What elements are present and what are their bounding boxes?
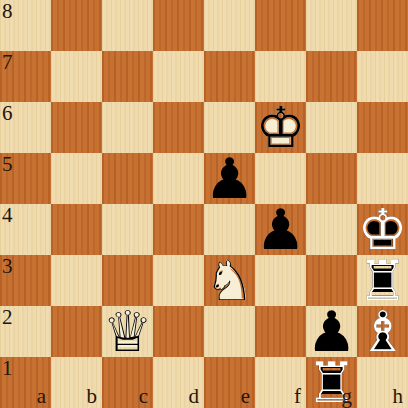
square-h4[interactable]: ♚♔ (357, 204, 408, 255)
square-e8[interactable] (204, 0, 255, 51)
square-a5[interactable]: 5 (0, 153, 51, 204)
file-label-e: e (241, 386, 250, 407)
square-c6[interactable] (102, 102, 153, 153)
white-knight-icon: ♞ (204, 255, 255, 306)
square-e4[interactable] (204, 204, 255, 255)
square-c5[interactable] (102, 153, 153, 204)
square-e3[interactable]: ♞♘ (204, 255, 255, 306)
square-f1[interactable]: f (255, 357, 306, 408)
square-a6[interactable]: 6 (0, 102, 51, 153)
piece-white-queen[interactable]: ♛♕ (102, 306, 153, 357)
rank-label-2: 2 (2, 307, 13, 328)
square-f4[interactable]: ♟ (255, 204, 306, 255)
square-g5[interactable] (306, 153, 357, 204)
square-a3[interactable]: 3 (0, 255, 51, 306)
square-f6[interactable]: ♚♔ (255, 102, 306, 153)
square-f8[interactable] (255, 0, 306, 51)
black-pawn-icon: ♟ (306, 306, 357, 357)
square-g7[interactable] (306, 51, 357, 102)
square-g1[interactable]: g♜♖ (306, 357, 357, 408)
square-a4[interactable]: 4 (0, 204, 51, 255)
file-label-h: h (393, 386, 404, 407)
square-c8[interactable] (102, 0, 153, 51)
white-king-outline-icon: ♔ (255, 102, 306, 153)
square-d5[interactable] (153, 153, 204, 204)
square-b7[interactable] (51, 51, 102, 102)
white-queen-icon: ♛ (102, 306, 153, 357)
square-a8[interactable]: 8 (0, 0, 51, 51)
square-a1[interactable]: 1a (0, 357, 51, 408)
square-h5[interactable] (357, 153, 408, 204)
square-f7[interactable] (255, 51, 306, 102)
square-h8[interactable] (357, 0, 408, 51)
square-e2[interactable] (204, 306, 255, 357)
square-g6[interactable] (306, 102, 357, 153)
piece-white-knight[interactable]: ♞♘ (204, 255, 255, 306)
file-label-f: f (294, 386, 301, 407)
piece-white-king[interactable]: ♚♔ (255, 102, 306, 153)
black-rook-icon: ♜ (357, 255, 408, 306)
square-d1[interactable]: d (153, 357, 204, 408)
square-e7[interactable] (204, 51, 255, 102)
rank-label-4: 4 (2, 205, 13, 226)
rank-label-3: 3 (2, 256, 13, 277)
square-b8[interactable] (51, 0, 102, 51)
square-c3[interactable] (102, 255, 153, 306)
rank-label-5: 5 (2, 154, 13, 175)
square-d6[interactable] (153, 102, 204, 153)
square-g8[interactable] (306, 0, 357, 51)
piece-black-bishop[interactable]: ♝♗ (357, 306, 408, 357)
square-d8[interactable] (153, 0, 204, 51)
black-rook-outline-icon: ♖ (357, 255, 408, 306)
file-label-a: a (37, 386, 46, 407)
square-b4[interactable] (51, 204, 102, 255)
square-e5[interactable]: ♟ (204, 153, 255, 204)
square-a2[interactable]: 2 (0, 306, 51, 357)
piece-black-pawn[interactable]: ♟ (204, 153, 255, 204)
square-c1[interactable]: c (102, 357, 153, 408)
square-h1[interactable]: h (357, 357, 408, 408)
square-d4[interactable] (153, 204, 204, 255)
square-b3[interactable] (51, 255, 102, 306)
piece-black-king[interactable]: ♚♔ (357, 204, 408, 255)
square-c4[interactable] (102, 204, 153, 255)
piece-black-pawn[interactable]: ♟ (255, 204, 306, 255)
black-pawn-icon: ♟ (255, 204, 306, 255)
white-knight-outline-icon: ♘ (204, 255, 255, 306)
square-g4[interactable] (306, 204, 357, 255)
rank-label-6: 6 (2, 103, 13, 124)
file-label-b: b (87, 386, 98, 407)
file-label-g: g (342, 386, 353, 407)
square-g3[interactable] (306, 255, 357, 306)
file-label-d: d (189, 386, 200, 407)
rank-label-8: 8 (2, 1, 13, 22)
square-d7[interactable] (153, 51, 204, 102)
square-h3[interactable]: ♜♖ (357, 255, 408, 306)
square-b5[interactable] (51, 153, 102, 204)
square-h2[interactable]: ♝♗ (357, 306, 408, 357)
chess-board: 876♚♔5♟4♟♚♔3♞♘♜♖2♛♕♟♝♗1abcdefg♜♖h (0, 0, 408, 408)
square-c2[interactable]: ♛♕ (102, 306, 153, 357)
black-bishop-icon: ♝ (357, 306, 408, 357)
square-a7[interactable]: 7 (0, 51, 51, 102)
black-king-outline-icon: ♔ (357, 204, 408, 255)
square-d3[interactable] (153, 255, 204, 306)
black-pawn-icon: ♟ (204, 153, 255, 204)
white-king-icon: ♚ (255, 102, 306, 153)
square-h7[interactable] (357, 51, 408, 102)
square-b6[interactable] (51, 102, 102, 153)
black-king-icon: ♚ (357, 204, 408, 255)
square-b2[interactable] (51, 306, 102, 357)
square-h6[interactable] (357, 102, 408, 153)
square-f3[interactable] (255, 255, 306, 306)
square-d2[interactable] (153, 306, 204, 357)
square-f5[interactable] (255, 153, 306, 204)
square-f2[interactable] (255, 306, 306, 357)
white-queen-outline-icon: ♕ (102, 306, 153, 357)
square-e1[interactable]: e (204, 357, 255, 408)
square-c7[interactable] (102, 51, 153, 102)
black-bishop-outline-icon: ♗ (357, 306, 408, 357)
piece-black-rook[interactable]: ♜♖ (357, 255, 408, 306)
piece-black-pawn[interactable]: ♟ (306, 306, 357, 357)
square-e6[interactable] (204, 102, 255, 153)
square-b1[interactable]: b (51, 357, 102, 408)
rank-label-7: 7 (2, 52, 13, 73)
rank-label-1: 1 (2, 358, 13, 379)
square-g2[interactable]: ♟ (306, 306, 357, 357)
file-label-c: c (139, 386, 148, 407)
